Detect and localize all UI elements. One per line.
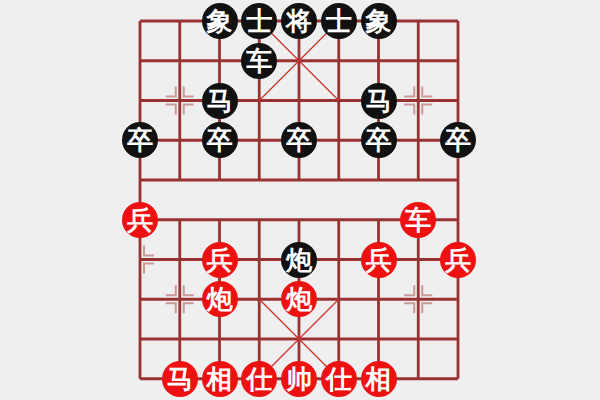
- piece-red-cannon[interactable]: 炮: [202, 281, 238, 317]
- piece-black-chariot[interactable]: 车: [241, 43, 277, 79]
- piece-black-soldier[interactable]: 卒: [440, 122, 476, 158]
- piece-black-horse[interactable]: 马: [361, 83, 397, 119]
- piece-red-soldier[interactable]: 兵: [202, 242, 238, 278]
- piece-black-soldier[interactable]: 卒: [361, 122, 397, 158]
- piece-red-soldier[interactable]: 兵: [361, 242, 397, 278]
- piece-black-soldier[interactable]: 卒: [122, 122, 158, 158]
- piece-black-advisor[interactable]: 士: [321, 3, 357, 39]
- piece-red-horse[interactable]: 马: [162, 361, 198, 397]
- piece-red-general[interactable]: 帅: [281, 361, 317, 397]
- piece-red-advisor[interactable]: 仕: [241, 361, 277, 397]
- piece-red-soldier[interactable]: 兵: [122, 202, 158, 238]
- piece-red-chariot[interactable]: 车: [400, 202, 436, 238]
- piece-red-advisor[interactable]: 仕: [321, 361, 357, 397]
- piece-black-horse[interactable]: 马: [202, 83, 238, 119]
- piece-black-elephant[interactable]: 象: [202, 3, 238, 39]
- piece-black-advisor[interactable]: 士: [241, 3, 277, 39]
- piece-black-soldier[interactable]: 卒: [202, 122, 238, 158]
- piece-black-general[interactable]: 将: [281, 3, 317, 39]
- piece-black-soldier[interactable]: 卒: [281, 122, 317, 158]
- piece-black-cannon[interactable]: 炮: [281, 242, 317, 278]
- piece-red-cannon[interactable]: 炮: [281, 281, 317, 317]
- piece-red-elephant[interactable]: 相: [202, 361, 238, 397]
- xiangqi-board-screenshot: 象士将士象车马马卒卒卒卒卒炮兵车兵兵兵炮炮马相仕帅仕相: [0, 0, 600, 400]
- pieces-layer: 象士将士象车马马卒卒卒卒卒炮兵车兵兵兵炮炮马相仕帅仕相: [120, 1, 478, 399]
- piece-red-elephant[interactable]: 相: [361, 361, 397, 397]
- piece-red-soldier[interactable]: 兵: [440, 242, 476, 278]
- piece-black-elephant[interactable]: 象: [361, 3, 397, 39]
